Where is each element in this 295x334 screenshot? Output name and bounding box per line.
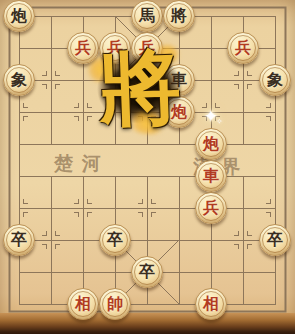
piece-black-chariot[interactable]: 車 — [163, 64, 195, 96]
pieces-layer: 炮馬將兵兵兵兵象車象炮炮車兵卒卒卒卒相帥相 — [0, 0, 295, 334]
piece-black-soldier[interactable]: 卒 — [259, 224, 291, 256]
piece-character: 卒 — [139, 264, 155, 280]
xiangqi-board[interactable]: 楚河 漢界 炮馬將兵兵兵兵象車象炮炮車兵卒卒卒卒相帥相 將 ✦ ✧ — [0, 0, 295, 334]
piece-character: 兵 — [203, 200, 219, 216]
piece-character: 兵 — [107, 40, 123, 56]
piece-black-horse[interactable]: 馬 — [131, 0, 163, 32]
piece-character: 相 — [203, 296, 219, 312]
piece-black-elephant[interactable]: 象 — [3, 64, 35, 96]
piece-black-soldier[interactable]: 卒 — [131, 256, 163, 288]
piece-red-cannon[interactable]: 炮 — [195, 128, 227, 160]
piece-character: 兵 — [139, 40, 155, 56]
piece-character: 象 — [11, 72, 27, 88]
piece-black-soldier[interactable]: 卒 — [3, 224, 35, 256]
piece-black-soldier[interactable]: 卒 — [99, 224, 131, 256]
piece-character: 兵 — [75, 40, 91, 56]
piece-red-soldier[interactable]: 兵 — [99, 32, 131, 64]
piece-red-cannon[interactable]: 炮 — [163, 96, 195, 128]
piece-character: 將 — [171, 8, 187, 24]
piece-red-chariot[interactable]: 車 — [195, 160, 227, 192]
piece-black-elephant[interactable]: 象 — [259, 64, 291, 96]
piece-character: 卒 — [107, 232, 123, 248]
piece-character: 炮 — [203, 136, 219, 152]
piece-character: 象 — [267, 72, 283, 88]
piece-red-soldier[interactable]: 兵 — [131, 32, 163, 64]
piece-character: 帥 — [107, 296, 123, 312]
piece-character: 卒 — [267, 232, 283, 248]
piece-black-general[interactable]: 將 — [163, 0, 195, 32]
piece-red-elephant[interactable]: 相 — [67, 288, 99, 320]
piece-black-cannon[interactable]: 炮 — [3, 0, 35, 32]
piece-red-soldier[interactable]: 兵 — [67, 32, 99, 64]
piece-character: 卒 — [11, 232, 27, 248]
piece-character: 炮 — [11, 8, 27, 24]
piece-red-soldier[interactable]: 兵 — [227, 32, 259, 64]
piece-red-general[interactable]: 帥 — [99, 288, 131, 320]
piece-red-soldier[interactable]: 兵 — [195, 192, 227, 224]
piece-character: 相 — [75, 296, 91, 312]
piece-character: 炮 — [171, 104, 187, 120]
piece-character: 馬 — [139, 8, 155, 24]
piece-character: 車 — [171, 72, 187, 88]
piece-character: 車 — [203, 168, 219, 184]
piece-character: 兵 — [235, 40, 251, 56]
piece-red-elephant[interactable]: 相 — [195, 288, 227, 320]
